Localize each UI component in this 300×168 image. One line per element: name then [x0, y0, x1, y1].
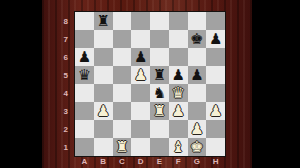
file-label-d: D: [131, 155, 150, 168]
square-d3[interactable]: [131, 102, 150, 120]
piece-black-pawn[interactable]: ♟: [171, 66, 184, 84]
file-label-b: B: [94, 155, 113, 168]
square-e2[interactable]: [150, 120, 169, 138]
square-c8[interactable]: [113, 12, 132, 30]
square-b4[interactable]: [94, 84, 113, 102]
square-a4[interactable]: [75, 84, 94, 102]
square-c3[interactable]: [113, 102, 132, 120]
piece-black-pawn[interactable]: ♟: [134, 48, 147, 66]
square-b7[interactable]: [94, 30, 113, 48]
rank-label-6: 6: [56, 48, 72, 66]
piece-white-pawn[interactable]: ♟: [134, 66, 147, 84]
square-f7[interactable]: [169, 30, 188, 48]
square-g3[interactable]: [188, 102, 207, 120]
rank-labels: 87654321: [56, 12, 72, 156]
piece-black-pawn[interactable]: ♟: [78, 48, 91, 66]
square-f3[interactable]: ♟: [169, 102, 188, 120]
piece-white-pawn[interactable]: ♟: [209, 102, 222, 120]
piece-black-king[interactable]: ♚: [190, 30, 203, 48]
square-f5[interactable]: ♟: [169, 66, 188, 84]
piece-white-rook[interactable]: ♜: [115, 138, 128, 156]
file-label-a: A: [75, 155, 94, 168]
square-b1[interactable]: [94, 138, 113, 156]
rank-label-7: 7: [56, 30, 72, 48]
square-a6[interactable]: ♟: [75, 48, 94, 66]
square-f1[interactable]: ♝: [169, 138, 188, 156]
square-g5[interactable]: ♟: [188, 66, 207, 84]
file-label-e: E: [150, 155, 169, 168]
piece-white-pawn[interactable]: ♟: [96, 102, 109, 120]
square-e4[interactable]: ♞: [150, 84, 169, 102]
square-h6[interactable]: [206, 48, 225, 66]
piece-black-pawn[interactable]: ♟: [190, 66, 203, 84]
square-f4[interactable]: ♛: [169, 84, 188, 102]
square-a7[interactable]: [75, 30, 94, 48]
square-f6[interactable]: [169, 48, 188, 66]
square-d5[interactable]: ♟: [131, 66, 150, 84]
rank-label-3: 3: [56, 102, 72, 120]
piece-black-knight[interactable]: ♞: [153, 84, 166, 102]
square-d6[interactable]: ♟: [131, 48, 150, 66]
piece-black-rook[interactable]: ♜: [96, 12, 109, 30]
square-e1[interactable]: [150, 138, 169, 156]
square-c5[interactable]: [113, 66, 132, 84]
square-h5[interactable]: [206, 66, 225, 84]
square-g1[interactable]: ♚: [188, 138, 207, 156]
square-d4[interactable]: [131, 84, 150, 102]
rank-label-5: 5: [56, 66, 72, 84]
square-a2[interactable]: [75, 120, 94, 138]
rank-label-4: 4: [56, 84, 72, 102]
square-h7[interactable]: ♟: [206, 30, 225, 48]
square-g6[interactable]: [188, 48, 207, 66]
square-c4[interactable]: [113, 84, 132, 102]
piece-white-king[interactable]: ♚: [190, 138, 203, 156]
square-a3[interactable]: [75, 102, 94, 120]
square-h2[interactable]: [206, 120, 225, 138]
square-e5[interactable]: ♜: [150, 66, 169, 84]
file-label-c: C: [113, 155, 132, 168]
square-b6[interactable]: [94, 48, 113, 66]
rank-label-1: 1: [56, 138, 72, 156]
square-f8[interactable]: [169, 12, 188, 30]
square-d8[interactable]: [131, 12, 150, 30]
rank-label-8: 8: [56, 12, 72, 30]
file-labels: ABCDEFGH: [75, 155, 225, 168]
file-label-f: F: [169, 155, 188, 168]
square-h8[interactable]: [206, 12, 225, 30]
piece-white-pawn[interactable]: ♟: [190, 120, 203, 138]
board[interactable]: ♜♚♟♟♟♛♟♜♟♟♞♛♟♜♟♟♟♜♝♚: [75, 12, 225, 156]
square-c6[interactable]: [113, 48, 132, 66]
piece-black-pawn[interactable]: ♟: [209, 30, 222, 48]
square-c7[interactable]: [113, 30, 132, 48]
square-d1[interactable]: [131, 138, 150, 156]
square-h4[interactable]: [206, 84, 225, 102]
square-c1[interactable]: ♜: [113, 138, 132, 156]
square-b5[interactable]: [94, 66, 113, 84]
square-e3[interactable]: ♜: [150, 102, 169, 120]
piece-white-bishop[interactable]: ♝: [171, 138, 184, 156]
video-frame: 87654321 ♜♚♟♟♟♛♟♜♟♟♞♛♟♜♟♟♟♜♝♚ ABCDEFGH: [0, 0, 300, 168]
square-e6[interactable]: [150, 48, 169, 66]
square-a5[interactable]: ♛: [75, 66, 94, 84]
file-label-h: H: [206, 155, 225, 168]
square-e7[interactable]: [150, 30, 169, 48]
square-h3[interactable]: ♟: [206, 102, 225, 120]
square-d2[interactable]: [131, 120, 150, 138]
square-d7[interactable]: [131, 30, 150, 48]
piece-black-rook[interactable]: ♜: [153, 66, 166, 84]
square-a1[interactable]: [75, 138, 94, 156]
file-label-g: G: [188, 155, 207, 168]
piece-black-queen[interactable]: ♛: [78, 66, 91, 84]
piece-white-rook[interactable]: ♜: [153, 102, 166, 120]
square-h1[interactable]: [206, 138, 225, 156]
square-g2[interactable]: ♟: [188, 120, 207, 138]
square-g4[interactable]: [188, 84, 207, 102]
square-b8[interactable]: ♜: [94, 12, 113, 30]
square-c2[interactable]: [113, 120, 132, 138]
square-b3[interactable]: ♟: [94, 102, 113, 120]
square-b2[interactable]: [94, 120, 113, 138]
piece-white-queen[interactable]: ♛: [171, 84, 184, 102]
square-e8[interactable]: [150, 12, 169, 30]
piece-white-pawn[interactable]: ♟: [171, 102, 184, 120]
square-a8[interactable]: [75, 12, 94, 30]
square-g7[interactable]: ♚: [188, 30, 207, 48]
square-f2[interactable]: [169, 120, 188, 138]
rank-label-2: 2: [56, 120, 72, 138]
square-g8[interactable]: [188, 12, 207, 30]
